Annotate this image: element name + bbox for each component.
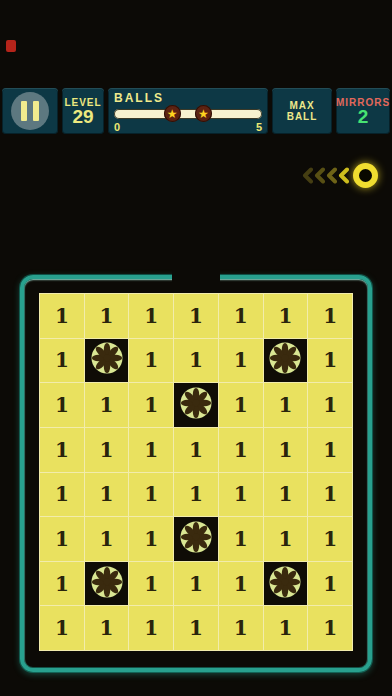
flower-icon [268,341,302,379]
brick-cell: 1 [219,428,263,472]
brick-cell: 1 [308,473,352,517]
brick-cell: 1 [308,517,352,561]
chevron-left-icon [326,167,337,184]
flower-icon [179,520,213,558]
ball-ring-icon [353,163,378,188]
brick-cell: 1 [129,339,173,383]
brick-cell: 1 [174,339,218,383]
balls-max: 5 [256,121,262,133]
pause-icon [11,92,49,130]
brick-cell: 1 [174,428,218,472]
mirrors-panel: MIRRORS 2 [336,88,390,134]
star-icon: ★ [164,105,181,122]
brick-cell: 1 [264,517,308,561]
brick-cell: 1 [129,517,173,561]
max-ball-panel: MAX BALL [272,88,332,134]
brick-cell: 1 [40,562,84,606]
brick-cell: 1 [40,339,84,383]
hud-bar: LEVEL 29 BALLS ★ ★ 0 5 MAX BALL MIRRORS … [0,88,392,134]
board-grid: 1111111111111111111111111111111111111111… [39,293,353,651]
brick-cell: 1 [308,383,352,427]
mirrors-value: 2 [358,108,369,126]
brick-cell: 1 [308,606,352,650]
brick-cell: 1 [264,606,308,650]
brick-cell: 1 [219,517,263,561]
flower-cell [174,383,218,427]
brick-cell: 1 [264,428,308,472]
brick-cell: 1 [219,339,263,383]
brick-cell: 1 [85,517,129,561]
flower-cell [174,517,218,561]
brick-cell: 1 [308,562,352,606]
brick-cell: 1 [308,428,352,472]
brick-cell: 1 [264,473,308,517]
balls-panel: BALLS ★ ★ 0 5 [108,88,268,134]
brick-cell: 1 [40,473,84,517]
brick-cell: 1 [174,562,218,606]
brick-cell: 1 [40,517,84,561]
flower-cell [85,339,129,383]
brick-cell: 1 [129,428,173,472]
brick-cell: 1 [129,294,173,338]
brick-cell: 1 [129,473,173,517]
level-value: 29 [72,108,93,126]
brick-cell: 1 [85,294,129,338]
board-top-opening [172,268,220,284]
ball-launcher[interactable] [302,161,378,189]
brick-cell: 1 [129,383,173,427]
brick-cell: 1 [308,339,352,383]
brick-cell: 1 [85,473,129,517]
game-screen: LEVEL 29 BALLS ★ ★ 0 5 MAX BALL MIRRORS … [0,0,392,696]
brick-cell: 1 [264,294,308,338]
brick-cell: 1 [40,294,84,338]
chevron-left-icon [314,167,325,184]
flower-icon [268,565,302,603]
brick-cell: 1 [129,562,173,606]
brick-cell: 1 [85,383,129,427]
pause-button[interactable] [2,88,58,134]
star-icon: ★ [195,105,212,122]
brick-cell: 1 [85,606,129,650]
balls-label: BALLS [114,91,262,105]
flower-cell [85,562,129,606]
brick-cell: 1 [219,562,263,606]
brick-cell: 1 [40,606,84,650]
balls-progress-bar: ★ ★ [114,107,262,121]
brick-cell: 1 [219,294,263,338]
flower-icon [90,341,124,379]
brick-cell: 1 [40,428,84,472]
brick-cell: 1 [264,383,308,427]
flower-cell [264,339,308,383]
brick-cell: 1 [129,606,173,650]
record-indicator [6,40,16,52]
max-ball-label: MAX BALL [272,100,332,122]
brick-cell: 1 [219,606,263,650]
brick-cell: 1 [219,473,263,517]
progress-track [114,109,262,119]
flower-cell [264,562,308,606]
level-panel: LEVEL 29 [62,88,104,134]
brick-cell: 1 [40,383,84,427]
brick-cell: 1 [85,428,129,472]
brick-cell: 1 [219,383,263,427]
balls-min: 0 [114,121,120,133]
brick-cell: 1 [308,294,352,338]
brick-cell: 1 [174,294,218,338]
chevron-left-icon [302,167,313,184]
brick-cell: 1 [174,473,218,517]
flower-icon [179,386,213,424]
brick-cell: 1 [174,606,218,650]
game-board[interactable]: 1111111111111111111111111111111111111111… [20,275,372,672]
chevron-left-icon [338,167,349,184]
flower-icon [90,565,124,603]
